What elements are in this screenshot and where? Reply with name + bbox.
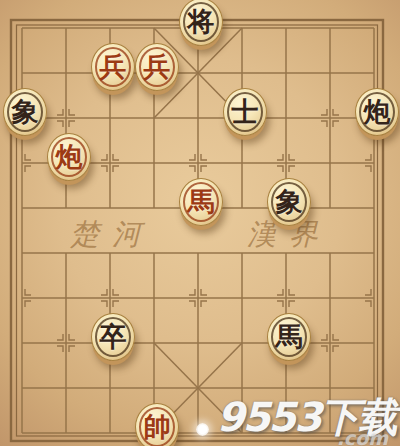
- highlight-dot[interactable]: [196, 423, 209, 436]
- board-cell: 象: [264, 185, 308, 230]
- piece-glyph: 炮: [364, 98, 391, 125]
- piece-red-cannon[interactable]: 炮: [47, 133, 91, 181]
- board-cell: 象: [0, 95, 44, 140]
- piece-glyph: 士: [232, 98, 259, 125]
- piece-glyph: 象: [276, 188, 303, 215]
- piece-red-general[interactable]: 帥: [135, 403, 179, 446]
- piece-glyph: 卒: [100, 323, 127, 350]
- piece-black-general[interactable]: 将: [179, 0, 223, 46]
- board-cell: 炮: [352, 95, 396, 140]
- piece-glyph: 馬: [276, 323, 303, 350]
- piece-layer: 将兵兵象士炮炮馬象卒馬帥: [0, 5, 396, 446]
- piece-glyph: 兵: [144, 53, 171, 80]
- piece-glyph: 馬: [188, 188, 215, 215]
- board-cell: 兵: [132, 50, 176, 95]
- piece-glyph: 将: [188, 8, 215, 35]
- board-cell: 卒: [88, 320, 132, 365]
- piece-glyph: 炮: [56, 143, 83, 170]
- piece-glyph: 帥: [144, 413, 171, 440]
- piece-black-elephant[interactable]: 象: [3, 88, 47, 136]
- piece-glyph: 象: [12, 98, 39, 125]
- board-cell: [176, 410, 220, 446]
- board-cell: 馬: [176, 185, 220, 230]
- piece-black-soldier[interactable]: 卒: [91, 313, 135, 361]
- piece-red-soldier[interactable]: 兵: [91, 43, 135, 91]
- board-cell: 炮: [44, 140, 88, 185]
- board-cell: 馬: [264, 320, 308, 365]
- piece-black-advisor[interactable]: 士: [223, 88, 267, 136]
- xiangqi-game-screen: 楚河 漢界 将兵兵象士炮炮馬象卒馬帥 9553下载 .com: [0, 0, 400, 446]
- board-cell: 将: [176, 5, 220, 50]
- piece-red-soldier[interactable]: 兵: [135, 43, 179, 91]
- piece-black-horse[interactable]: 馬: [267, 313, 311, 361]
- piece-red-horse[interactable]: 馬: [179, 178, 223, 226]
- board-cell: 兵: [88, 50, 132, 95]
- piece-black-cannon[interactable]: 炮: [355, 88, 399, 136]
- board-cell: 帥: [132, 410, 176, 446]
- board-cell: 士: [220, 95, 264, 140]
- piece-glyph: 兵: [100, 53, 127, 80]
- piece-black-elephant[interactable]: 象: [267, 178, 311, 226]
